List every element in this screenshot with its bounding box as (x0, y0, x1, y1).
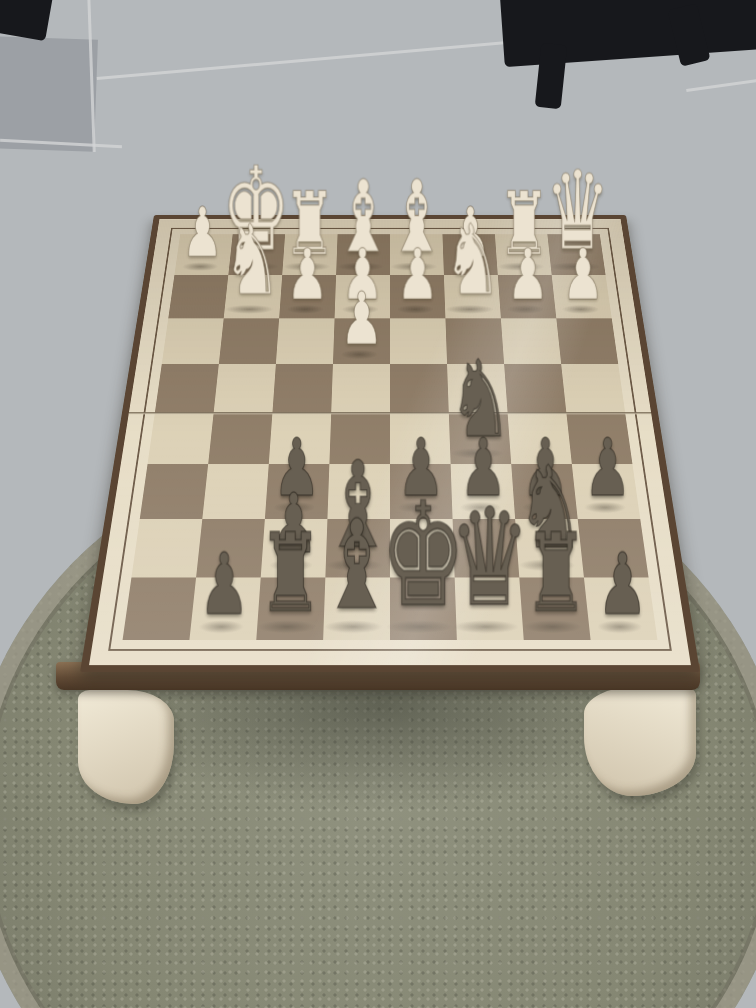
square-a5[interactable] (155, 364, 219, 413)
floor-grout-line (97, 39, 532, 80)
square-f6[interactable] (445, 318, 504, 364)
square-a2[interactable] (131, 519, 202, 577)
piece-shadow (562, 305, 600, 314)
square-a3[interactable] (140, 464, 208, 519)
square-d5[interactable] (331, 364, 390, 413)
piece-shadow (521, 502, 564, 513)
piece-shadow (340, 350, 379, 360)
piece-shadow (283, 262, 331, 271)
piece-shadow (445, 305, 494, 314)
square-e2[interactable] (390, 519, 455, 577)
square-a7[interactable] (168, 275, 228, 318)
square-b6[interactable] (219, 318, 279, 364)
square-e6[interactable] (390, 318, 447, 364)
square-e4[interactable] (390, 413, 451, 465)
square-d4[interactable] (329, 413, 390, 465)
piece-shadow (547, 262, 602, 271)
square-f2[interactable] (453, 519, 520, 577)
board-border-band (89, 219, 691, 665)
piece-shadow (452, 620, 519, 633)
piece-shadow (257, 620, 316, 633)
square-f5[interactable] (447, 364, 508, 413)
square-g5[interactable] (504, 364, 566, 413)
piece-shadow (597, 620, 644, 633)
square-a6[interactable] (162, 318, 224, 364)
piece-shadow (450, 262, 487, 271)
piece-shadow (324, 620, 383, 633)
piece-shadow (507, 305, 545, 314)
piece-shadow (226, 262, 280, 271)
piece-shadow (326, 559, 383, 571)
board-grid (123, 234, 658, 640)
piece-shadow (497, 262, 545, 271)
piece-shadow (583, 502, 626, 513)
square-c4[interactable] (269, 413, 331, 465)
square-h2[interactable] (578, 519, 649, 577)
piece-shadow (523, 620, 583, 633)
board-rim (80, 215, 700, 672)
table-leg-right (584, 686, 696, 796)
square-c6[interactable] (276, 318, 335, 364)
square-h5[interactable] (561, 364, 625, 413)
chair-seat (500, 0, 756, 67)
square-h4[interactable] (566, 413, 632, 465)
piece-shadow (398, 502, 440, 513)
square-b5[interactable] (214, 364, 276, 413)
room-scene: ♟♚♜♝♝♟♜♛♞♟♟♟♞♟♟♟♞♟♟♟♟♟♟♝♞♟♜♝♚♛♜♟ (0, 0, 756, 1008)
piece-shadow (390, 262, 437, 271)
piece-shadow (397, 305, 434, 314)
square-a1[interactable] (123, 577, 197, 639)
square-b3[interactable] (202, 464, 268, 519)
square-h6[interactable] (556, 318, 618, 364)
piece-shadow (341, 305, 378, 314)
chair-leg (535, 43, 568, 109)
square-b2[interactable] (196, 519, 265, 577)
square-c5[interactable] (272, 364, 333, 413)
piece-shadow (286, 305, 324, 314)
square-b4[interactable] (208, 413, 272, 465)
square-a4[interactable] (148, 413, 214, 465)
piece-shadow (450, 448, 504, 459)
furniture-corner (0, 0, 54, 41)
table-leg-left (78, 690, 174, 804)
square-e5[interactable] (390, 364, 449, 413)
square-d3[interactable] (327, 464, 390, 519)
piece-shadow (518, 559, 576, 571)
square-g6[interactable] (501, 318, 561, 364)
floor-grout-line (686, 79, 756, 92)
piece-shadow (337, 262, 384, 271)
square-g4[interactable] (508, 413, 572, 465)
piece-shadow (386, 620, 453, 633)
floor-dark-tile (0, 36, 98, 151)
piece-shadow (459, 502, 502, 513)
chess-board: ♟♚♜♝♝♟♜♛♞♟♟♟♞♟♟♟♞♟♟♟♟♟♟♝♞♟♜♝♚♛♜♟ (80, 215, 700, 672)
